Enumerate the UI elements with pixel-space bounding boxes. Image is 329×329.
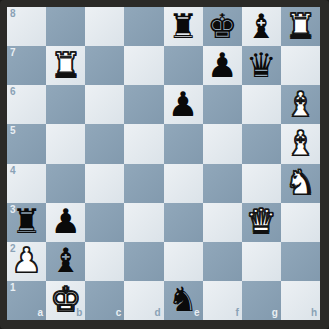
square-e4[interactable] [164,164,203,203]
square-e2[interactable] [164,242,203,281]
square-h7[interactable] [281,46,320,85]
square-g3[interactable]: ♛ [242,203,281,242]
square-h8[interactable]: ♜ [281,7,320,46]
square-a1[interactable]: 1a [7,281,46,320]
square-c5[interactable] [85,124,124,163]
file-label-d: d [154,308,160,318]
square-h4[interactable]: ♞ [281,164,320,203]
piece-black-pawn[interactable]: ♟ [168,87,198,121]
square-b2[interactable]: ♝ [46,242,85,281]
piece-black-knight[interactable]: ♞ [168,282,198,316]
square-a2[interactable]: 2♟ [7,242,46,281]
square-b3[interactable]: ♟ [46,203,85,242]
square-f4[interactable] [203,164,242,203]
square-h2[interactable] [281,242,320,281]
rank-label-1: 1 [10,283,16,293]
square-a8[interactable]: 8 [7,7,46,46]
square-f7[interactable]: ♟ [203,46,242,85]
square-d1[interactable]: d [124,281,163,320]
square-a7[interactable]: 7 [7,46,46,85]
file-label-g: g [272,308,278,318]
square-b8[interactable] [46,7,85,46]
board-frame: 8♜♚♝♜7♜♟♛6♟♝5♝4♞3♜♟♛2♟♝1ab♚cde♞fgh [0,0,329,329]
square-d2[interactable] [124,242,163,281]
square-c2[interactable] [85,242,124,281]
square-b6[interactable] [46,85,85,124]
square-g5[interactable] [242,124,281,163]
piece-white-knight[interactable]: ♞ [285,165,315,199]
piece-black-bishop[interactable]: ♝ [50,243,80,277]
square-f8[interactable]: ♚ [203,7,242,46]
file-label-f: f [235,308,238,318]
piece-black-queen[interactable]: ♛ [246,48,276,82]
piece-black-rook[interactable]: ♜ [11,204,41,238]
piece-white-bishop[interactable]: ♝ [285,87,315,121]
file-label-h: h [311,308,317,318]
piece-white-pawn[interactable]: ♟ [11,243,41,277]
square-g1[interactable]: g [242,281,281,320]
file-label-a: a [38,308,44,318]
square-b1[interactable]: b♚ [46,281,85,320]
piece-white-rook[interactable]: ♜ [50,48,80,82]
square-a5[interactable]: 5 [7,124,46,163]
square-a4[interactable]: 4 [7,164,46,203]
square-c3[interactable] [85,203,124,242]
square-d8[interactable] [124,7,163,46]
square-e6[interactable]: ♟ [164,85,203,124]
square-g2[interactable] [242,242,281,281]
square-a3[interactable]: 3♜ [7,203,46,242]
square-b5[interactable] [46,124,85,163]
square-f2[interactable] [203,242,242,281]
square-h6[interactable]: ♝ [281,85,320,124]
square-h5[interactable]: ♝ [281,124,320,163]
piece-black-rook[interactable]: ♜ [168,9,198,43]
square-d5[interactable] [124,124,163,163]
square-e1[interactable]: e♞ [164,281,203,320]
square-e3[interactable] [164,203,203,242]
square-c8[interactable] [85,7,124,46]
rank-label-7: 7 [10,48,16,58]
piece-white-rook[interactable]: ♜ [285,9,315,43]
square-c4[interactable] [85,164,124,203]
piece-white-king[interactable]: ♚ [50,282,80,316]
square-f6[interactable] [203,85,242,124]
piece-white-bishop[interactable]: ♝ [285,126,315,160]
square-e7[interactable] [164,46,203,85]
piece-black-bishop[interactable]: ♝ [246,9,276,43]
rank-label-8: 8 [10,9,16,19]
square-e5[interactable] [164,124,203,163]
square-g4[interactable] [242,164,281,203]
square-e8[interactable]: ♜ [164,7,203,46]
square-d7[interactable] [124,46,163,85]
square-f5[interactable] [203,124,242,163]
square-h3[interactable] [281,203,320,242]
square-d6[interactable] [124,85,163,124]
file-label-c: c [116,308,122,318]
square-b7[interactable]: ♜ [46,46,85,85]
square-d3[interactable] [124,203,163,242]
piece-white-queen[interactable]: ♛ [246,204,276,238]
square-g7[interactable]: ♛ [242,46,281,85]
square-h1[interactable]: h [281,281,320,320]
square-g6[interactable] [242,85,281,124]
square-c6[interactable] [85,85,124,124]
square-c7[interactable] [85,46,124,85]
chess-board: 8♜♚♝♜7♜♟♛6♟♝5♝4♞3♜♟♛2♟♝1ab♚cde♞fgh [7,7,320,320]
rank-label-6: 6 [10,87,16,97]
rank-label-4: 4 [10,166,16,176]
square-f3[interactable] [203,203,242,242]
square-f1[interactable]: f [203,281,242,320]
rank-label-5: 5 [10,126,16,136]
piece-black-king[interactable]: ♚ [207,9,237,43]
piece-black-pawn[interactable]: ♟ [207,48,237,82]
square-g8[interactable]: ♝ [242,7,281,46]
square-d4[interactable] [124,164,163,203]
piece-black-pawn[interactable]: ♟ [50,204,80,238]
square-b4[interactable] [46,164,85,203]
square-c1[interactable]: c [85,281,124,320]
square-a6[interactable]: 6 [7,85,46,124]
